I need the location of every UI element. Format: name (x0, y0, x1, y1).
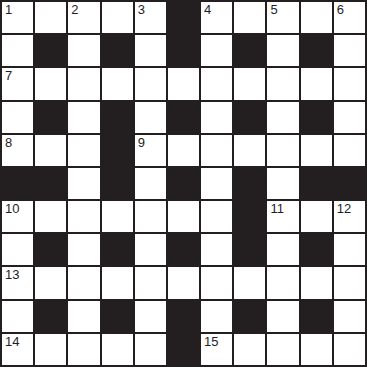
clue-number-7: 7 (5, 69, 12, 83)
black-cell-r6c7 (234, 201, 265, 232)
white-cell-r5c4[interactable] (135, 168, 166, 199)
clue-number-5: 5 (270, 3, 277, 17)
white-cell-r8c5[interactable] (168, 267, 199, 298)
white-cell-r10c2[interactable] (68, 334, 99, 365)
white-cell-r4c1[interactable] (35, 135, 66, 166)
white-cell-r10c9[interactable] (301, 334, 332, 365)
black-cell-r3c1 (35, 102, 66, 133)
black-cell-r7c3 (102, 234, 133, 265)
white-cell-r0c2[interactable]: 2 (68, 2, 99, 33)
black-cell-r4c3 (102, 135, 133, 166)
white-cell-r2c2[interactable] (68, 68, 99, 99)
white-cell-r0c8[interactable]: 5 (267, 2, 298, 33)
black-cell-r9c9 (301, 301, 332, 332)
white-cell-r8c6[interactable] (201, 267, 232, 298)
white-cell-r0c1[interactable] (35, 2, 66, 33)
black-cell-r1c9 (301, 35, 332, 66)
white-cell-r7c6[interactable] (201, 234, 232, 265)
white-cell-r2c3[interactable] (102, 68, 133, 99)
black-cell-r5c7 (234, 168, 265, 199)
white-cell-r6c4[interactable] (135, 201, 166, 232)
white-cell-r0c9[interactable] (301, 2, 332, 33)
white-cell-r8c2[interactable] (68, 267, 99, 298)
black-cell-r7c7 (234, 234, 265, 265)
white-cell-r10c4[interactable] (135, 334, 166, 365)
white-cell-r1c4[interactable] (135, 35, 166, 66)
white-cell-r6c0[interactable]: 10 (2, 201, 33, 232)
black-cell-r1c7 (234, 35, 265, 66)
clue-number-4: 4 (204, 3, 211, 17)
black-cell-r9c5 (168, 301, 199, 332)
white-cell-r8c7[interactable] (234, 267, 265, 298)
black-cell-r1c5 (168, 35, 199, 66)
white-cell-r6c8[interactable]: 11 (267, 201, 298, 232)
white-cell-r10c8[interactable] (267, 334, 298, 365)
white-cell-r3c4[interactable] (135, 102, 166, 133)
black-cell-r9c3 (102, 301, 133, 332)
crossword-grid: 123456789101112131415 (0, 0, 367, 367)
clue-number-2: 2 (71, 3, 78, 17)
clue-number-6: 6 (337, 3, 344, 17)
white-cell-r4c7[interactable] (234, 135, 265, 166)
white-cell-r4c0[interactable]: 8 (2, 135, 33, 166)
black-cell-r3c9 (301, 102, 332, 133)
white-cell-r2c6[interactable] (201, 68, 232, 99)
white-cell-r7c8[interactable] (267, 234, 298, 265)
black-cell-r5c5 (168, 168, 199, 199)
white-cell-r0c10[interactable]: 6 (334, 2, 365, 33)
white-cell-r8c9[interactable] (301, 267, 332, 298)
white-cell-r3c8[interactable] (267, 102, 298, 133)
clue-number-8: 8 (5, 136, 12, 150)
black-cell-r5c9 (301, 168, 332, 199)
black-cell-r3c7 (234, 102, 265, 133)
black-cell-r3c5 (168, 102, 199, 133)
white-cell-r10c10[interactable] (334, 334, 365, 365)
white-cell-r9c8[interactable] (267, 301, 298, 332)
white-cell-r1c8[interactable] (267, 35, 298, 66)
black-cell-r5c1 (35, 168, 66, 199)
black-cell-r3c3 (102, 102, 133, 133)
white-cell-r3c10[interactable] (334, 102, 365, 133)
white-cell-r7c10[interactable] (334, 234, 365, 265)
white-cell-r2c10[interactable] (334, 68, 365, 99)
clue-number-13: 13 (5, 268, 19, 282)
white-cell-r8c8[interactable] (267, 267, 298, 298)
white-cell-r1c6[interactable] (201, 35, 232, 66)
white-cell-r4c6[interactable] (201, 135, 232, 166)
white-cell-r3c2[interactable] (68, 102, 99, 133)
white-cell-r8c0[interactable]: 13 (2, 267, 33, 298)
white-cell-r4c4[interactable]: 9 (135, 135, 166, 166)
clue-number-11: 11 (270, 202, 284, 216)
white-cell-r10c3[interactable] (102, 334, 133, 365)
black-cell-r0c5 (168, 2, 199, 33)
black-cell-r7c9 (301, 234, 332, 265)
white-cell-r2c0[interactable]: 7 (2, 68, 33, 99)
white-cell-r8c1[interactable] (35, 267, 66, 298)
white-cell-r6c2[interactable] (68, 201, 99, 232)
white-cell-r8c10[interactable] (334, 267, 365, 298)
black-cell-r5c3 (102, 168, 133, 199)
white-cell-r7c2[interactable] (68, 234, 99, 265)
black-cell-r7c1 (35, 234, 66, 265)
white-cell-r4c10[interactable] (334, 135, 365, 166)
white-cell-r10c0[interactable]: 14 (2, 334, 33, 365)
white-cell-r0c0[interactable]: 1 (2, 2, 33, 33)
white-cell-r2c4[interactable] (135, 68, 166, 99)
white-cell-r2c5[interactable] (168, 68, 199, 99)
white-cell-r5c6[interactable] (201, 168, 232, 199)
white-cell-r9c6[interactable] (201, 301, 232, 332)
white-cell-r0c6[interactable]: 4 (201, 2, 232, 33)
white-cell-r2c8[interactable] (267, 68, 298, 99)
black-cell-r1c1 (35, 35, 66, 66)
white-cell-r4c2[interactable] (68, 135, 99, 166)
black-cell-r5c0 (2, 168, 33, 199)
white-cell-r4c5[interactable] (168, 135, 199, 166)
clue-number-1: 1 (5, 3, 12, 17)
white-cell-r5c2[interactable] (68, 168, 99, 199)
white-cell-r3c6[interactable] (201, 102, 232, 133)
black-cell-r9c1 (35, 301, 66, 332)
clue-number-15: 15 (204, 335, 218, 349)
white-cell-r2c7[interactable] (234, 68, 265, 99)
black-cell-r9c7 (234, 301, 265, 332)
white-cell-r9c0[interactable] (2, 301, 33, 332)
white-cell-r1c0[interactable] (2, 35, 33, 66)
white-cell-r10c6[interactable]: 15 (201, 334, 232, 365)
clue-number-3: 3 (138, 3, 145, 17)
white-cell-r6c1[interactable] (35, 201, 66, 232)
white-cell-r6c10[interactable]: 12 (334, 201, 365, 232)
white-cell-r3c0[interactable] (2, 102, 33, 133)
white-cell-r10c7[interactable] (234, 334, 265, 365)
white-cell-r4c8[interactable] (267, 135, 298, 166)
white-cell-r7c0[interactable] (2, 234, 33, 265)
white-cell-r4c9[interactable] (301, 135, 332, 166)
white-cell-r6c6[interactable] (201, 201, 232, 232)
white-cell-r5c8[interactable] (267, 168, 298, 199)
white-cell-r0c7[interactable] (234, 2, 265, 33)
white-cell-r6c5[interactable] (168, 201, 199, 232)
white-cell-r7c4[interactable] (135, 234, 166, 265)
white-cell-r0c3[interactable] (102, 2, 133, 33)
white-cell-r6c3[interactable] (102, 201, 133, 232)
clue-number-9: 9 (138, 136, 145, 150)
clue-number-10: 10 (5, 202, 19, 216)
black-cell-r7c5 (168, 234, 199, 265)
clue-number-14: 14 (5, 335, 19, 349)
white-cell-r2c9[interactable] (301, 68, 332, 99)
white-cell-r1c10[interactable] (334, 35, 365, 66)
black-cell-r1c3 (102, 35, 133, 66)
white-cell-r6c9[interactable] (301, 201, 332, 232)
white-cell-r9c10[interactable] (334, 301, 365, 332)
white-cell-r10c1[interactable] (35, 334, 66, 365)
white-cell-r1c2[interactable] (68, 35, 99, 66)
white-cell-r2c1[interactable] (35, 68, 66, 99)
clue-number-12: 12 (337, 202, 351, 216)
white-cell-r0c4[interactable]: 3 (135, 2, 166, 33)
white-cell-r8c3[interactable] (102, 267, 133, 298)
white-cell-r9c2[interactable] (68, 301, 99, 332)
black-cell-r5c10 (334, 168, 365, 199)
black-cell-r10c5 (168, 334, 199, 365)
white-cell-r9c4[interactable] (135, 301, 166, 332)
white-cell-r8c4[interactable] (135, 267, 166, 298)
